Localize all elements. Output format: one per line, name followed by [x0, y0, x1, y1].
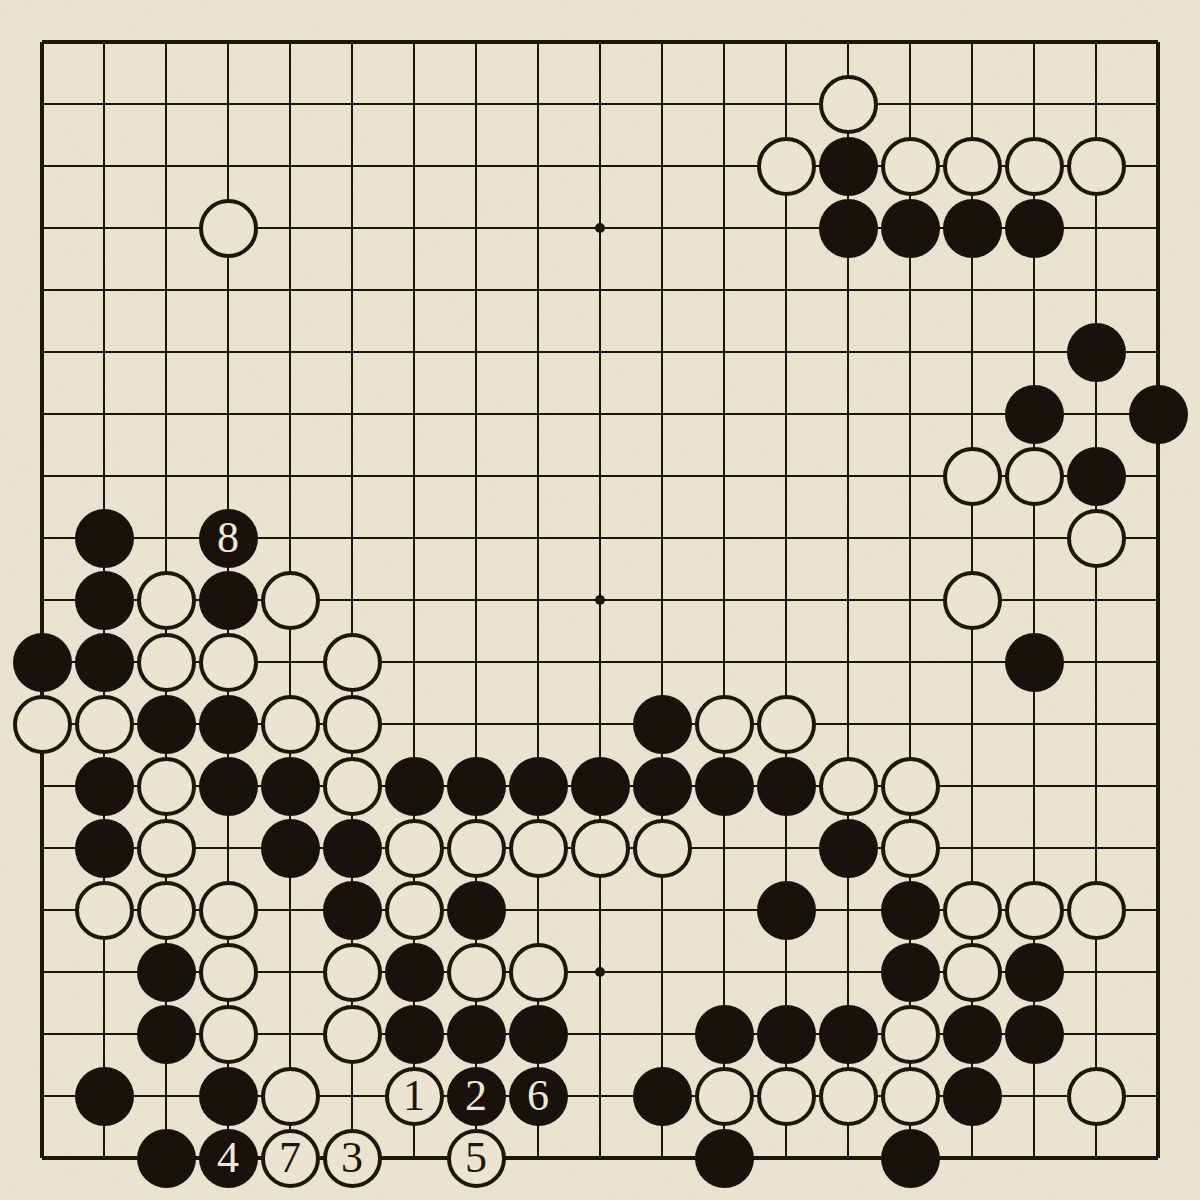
white-stone-move-5: 5 [447, 1129, 506, 1188]
black-stone [137, 1129, 196, 1188]
black-stone [385, 1005, 444, 1064]
white-stone [199, 1005, 258, 1064]
black-stone [881, 881, 940, 940]
black-stone [75, 509, 134, 568]
white-stone [137, 633, 196, 692]
black-stone [323, 881, 382, 940]
white-stone-move-7: 7 [261, 1129, 320, 1188]
black-stone [75, 1067, 134, 1126]
black-stone [1005, 943, 1064, 1002]
black-stone [881, 943, 940, 1002]
white-stone [323, 943, 382, 1002]
black-stone [199, 1067, 258, 1126]
black-stone [571, 757, 630, 816]
black-stone [1067, 323, 1126, 382]
white-stone [819, 1067, 878, 1126]
white-stone [757, 137, 816, 196]
black-stone [881, 1129, 940, 1188]
black-stone [943, 1005, 1002, 1064]
black-stone [13, 633, 72, 692]
black-stone [757, 757, 816, 816]
white-stone [571, 819, 630, 878]
white-stone [261, 571, 320, 630]
white-stone [757, 695, 816, 754]
black-stone [199, 757, 258, 816]
black-stone [447, 1005, 506, 1064]
black-stone [75, 757, 134, 816]
black-stone [757, 881, 816, 940]
white-stone [1067, 509, 1126, 568]
black-stone [819, 1005, 878, 1064]
black-stone [881, 199, 940, 258]
white-stone [75, 695, 134, 754]
black-stone-move-6: 6 [509, 1067, 568, 1126]
black-stone [75, 819, 134, 878]
black-stone [1067, 447, 1126, 506]
white-stone [323, 1005, 382, 1064]
go-board: 81264735 [0, 0, 1200, 1200]
stones-layer: 81264735 [0, 0, 1200, 1200]
black-stone [1005, 199, 1064, 258]
white-stone [1067, 1067, 1126, 1126]
white-stone [261, 695, 320, 754]
white-stone [261, 1067, 320, 1126]
white-stone [1067, 137, 1126, 196]
white-stone [695, 695, 754, 754]
black-stone [943, 199, 1002, 258]
black-stone [633, 757, 692, 816]
black-stone [137, 695, 196, 754]
black-stone [137, 943, 196, 1002]
white-stone [633, 819, 692, 878]
white-stone [13, 695, 72, 754]
white-stone [881, 1005, 940, 1064]
white-stone [943, 137, 1002, 196]
black-stone [1005, 385, 1064, 444]
white-stone [881, 757, 940, 816]
white-stone-move-3: 3 [323, 1129, 382, 1188]
white-stone [137, 571, 196, 630]
white-stone [199, 881, 258, 940]
white-stone [1067, 881, 1126, 940]
white-stone [1005, 137, 1064, 196]
white-stone-move-1: 1 [385, 1067, 444, 1126]
white-stone [881, 137, 940, 196]
black-stone [633, 1067, 692, 1126]
black-stone [1005, 633, 1064, 692]
black-stone [509, 1005, 568, 1064]
black-stone [819, 199, 878, 258]
white-stone [323, 633, 382, 692]
white-stone [199, 943, 258, 1002]
black-stone [509, 757, 568, 816]
black-stone [385, 757, 444, 816]
white-stone [385, 881, 444, 940]
black-stone [943, 1067, 1002, 1126]
white-stone [819, 75, 878, 134]
black-stone [261, 757, 320, 816]
white-stone [943, 571, 1002, 630]
black-stone-move-2: 2 [447, 1067, 506, 1126]
white-stone [447, 943, 506, 1002]
black-stone [199, 571, 258, 630]
white-stone [881, 1067, 940, 1126]
white-stone [509, 943, 568, 1002]
white-stone [819, 757, 878, 816]
white-stone [199, 199, 258, 258]
white-stone [385, 819, 444, 878]
black-stone [1005, 1005, 1064, 1064]
white-stone [943, 881, 1002, 940]
white-stone [881, 819, 940, 878]
black-stone [75, 633, 134, 692]
black-stone [695, 757, 754, 816]
white-stone [1005, 881, 1064, 940]
black-stone-move-4: 4 [199, 1129, 258, 1188]
white-stone [137, 881, 196, 940]
black-stone [447, 881, 506, 940]
white-stone [509, 819, 568, 878]
black-stone [695, 1129, 754, 1188]
white-stone [323, 695, 382, 754]
white-stone [447, 819, 506, 878]
white-stone [137, 757, 196, 816]
white-stone [943, 943, 1002, 1002]
black-stone [323, 819, 382, 878]
white-stone [1005, 447, 1064, 506]
black-stone [1129, 385, 1188, 444]
white-stone [757, 1067, 816, 1126]
white-stone [137, 819, 196, 878]
white-stone [695, 1067, 754, 1126]
black-stone-move-8: 8 [199, 509, 258, 568]
black-stone [695, 1005, 754, 1064]
white-stone [199, 633, 258, 692]
white-stone [323, 757, 382, 816]
white-stone [75, 881, 134, 940]
black-stone [261, 819, 320, 878]
black-stone [447, 757, 506, 816]
black-stone [385, 943, 444, 1002]
black-stone [75, 571, 134, 630]
black-stone [137, 1005, 196, 1064]
black-stone [819, 137, 878, 196]
black-stone [757, 1005, 816, 1064]
black-stone [633, 695, 692, 754]
black-stone [199, 695, 258, 754]
black-stone [819, 819, 878, 878]
white-stone [943, 447, 1002, 506]
